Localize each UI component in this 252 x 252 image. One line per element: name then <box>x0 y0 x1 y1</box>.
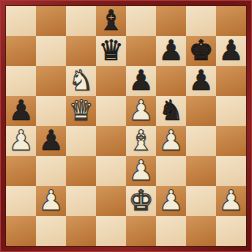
square-c2[interactable] <box>66 186 96 216</box>
square-a8[interactable] <box>6 6 36 36</box>
square-f2[interactable]: ♟ <box>156 186 186 216</box>
white-knight[interactable]: ♞ <box>68 66 93 96</box>
square-a1[interactable] <box>6 216 36 246</box>
square-e5[interactable]: ♟ <box>126 96 156 126</box>
square-f7[interactable]: ♟ <box>156 36 186 66</box>
square-g5[interactable] <box>186 96 216 126</box>
square-h2[interactable]: ♟ <box>216 186 246 216</box>
square-g1[interactable] <box>186 216 216 246</box>
square-d3[interactable] <box>96 156 126 186</box>
square-d8[interactable]: ♝ <box>96 6 126 36</box>
square-d4[interactable] <box>96 126 126 156</box>
square-h1[interactable] <box>216 216 246 246</box>
white-pawn[interactable]: ♟ <box>128 96 153 126</box>
square-c1[interactable] <box>66 216 96 246</box>
square-d5[interactable] <box>96 96 126 126</box>
square-a6[interactable] <box>6 66 36 96</box>
square-b2[interactable]: ♟ <box>36 186 66 216</box>
white-pawn[interactable]: ♟ <box>38 186 63 216</box>
square-e3[interactable]: ♟ <box>126 156 156 186</box>
square-f1[interactable] <box>156 216 186 246</box>
square-b3[interactable] <box>36 156 66 186</box>
white-pawn[interactable]: ♟ <box>158 126 183 156</box>
square-c8[interactable] <box>66 6 96 36</box>
square-g7[interactable]: ♚ <box>186 36 216 66</box>
square-c3[interactable] <box>66 156 96 186</box>
square-f6[interactable] <box>156 66 186 96</box>
black-pawn[interactable]: ♟ <box>8 96 33 126</box>
square-f5[interactable]: ♞ <box>156 96 186 126</box>
square-h3[interactable] <box>216 156 246 186</box>
square-d2[interactable] <box>96 186 126 216</box>
square-d6[interactable] <box>96 66 126 96</box>
square-d1[interactable] <box>96 216 126 246</box>
black-queen[interactable]: ♛ <box>98 36 123 66</box>
square-b8[interactable] <box>36 6 66 36</box>
square-f4[interactable]: ♟ <box>156 126 186 156</box>
square-h6[interactable] <box>216 66 246 96</box>
square-a5[interactable]: ♟ <box>6 96 36 126</box>
white-pawn[interactable]: ♟ <box>128 156 153 186</box>
square-a4[interactable]: ♟ <box>6 126 36 156</box>
chess-board: ♝♛♟♚♟♞♟♟♟♛♟♞♟♟♝♟♟♟♚♟♟ <box>6 6 246 246</box>
square-h7[interactable]: ♟ <box>216 36 246 66</box>
white-pawn[interactable]: ♟ <box>158 186 183 216</box>
black-pawn[interactable]: ♟ <box>158 36 183 66</box>
square-c7[interactable] <box>66 36 96 66</box>
square-f3[interactable] <box>156 156 186 186</box>
white-king[interactable]: ♚ <box>128 186 153 216</box>
white-pawn[interactable]: ♟ <box>218 186 243 216</box>
square-g4[interactable] <box>186 126 216 156</box>
square-e4[interactable]: ♝ <box>126 126 156 156</box>
black-king[interactable]: ♚ <box>188 36 213 66</box>
square-e2[interactable]: ♚ <box>126 186 156 216</box>
white-pawn[interactable]: ♟ <box>8 126 33 156</box>
square-b1[interactable] <box>36 216 66 246</box>
square-h8[interactable] <box>216 6 246 36</box>
black-pawn[interactable]: ♟ <box>128 66 153 96</box>
square-g6[interactable]: ♟ <box>186 66 216 96</box>
white-queen[interactable]: ♛ <box>68 96 93 126</box>
square-c6[interactable]: ♞ <box>66 66 96 96</box>
square-e8[interactable] <box>126 6 156 36</box>
square-e6[interactable]: ♟ <box>126 66 156 96</box>
square-g3[interactable] <box>186 156 216 186</box>
black-pawn[interactable]: ♟ <box>218 36 243 66</box>
square-d7[interactable]: ♛ <box>96 36 126 66</box>
square-a2[interactable] <box>6 186 36 216</box>
black-bishop[interactable]: ♝ <box>98 6 123 36</box>
square-c4[interactable] <box>66 126 96 156</box>
square-h5[interactable] <box>216 96 246 126</box>
square-h4[interactable] <box>216 126 246 156</box>
square-a7[interactable] <box>6 36 36 66</box>
square-b7[interactable] <box>36 36 66 66</box>
square-g2[interactable] <box>186 186 216 216</box>
square-b6[interactable] <box>36 66 66 96</box>
square-e1[interactable] <box>126 216 156 246</box>
square-f8[interactable] <box>156 6 186 36</box>
black-knight[interactable]: ♞ <box>158 96 183 126</box>
square-a3[interactable] <box>6 156 36 186</box>
black-pawn[interactable]: ♟ <box>188 66 213 96</box>
square-e7[interactable] <box>126 36 156 66</box>
square-b5[interactable] <box>36 96 66 126</box>
square-c5[interactable]: ♛ <box>66 96 96 126</box>
square-b4[interactable]: ♟ <box>36 126 66 156</box>
black-pawn[interactable]: ♟ <box>38 126 63 156</box>
square-g8[interactable] <box>186 6 216 36</box>
chess-board-frame: ♝♛♟♚♟♞♟♟♟♛♟♞♟♟♝♟♟♟♚♟♟ <box>0 0 252 252</box>
white-bishop[interactable]: ♝ <box>128 126 153 156</box>
